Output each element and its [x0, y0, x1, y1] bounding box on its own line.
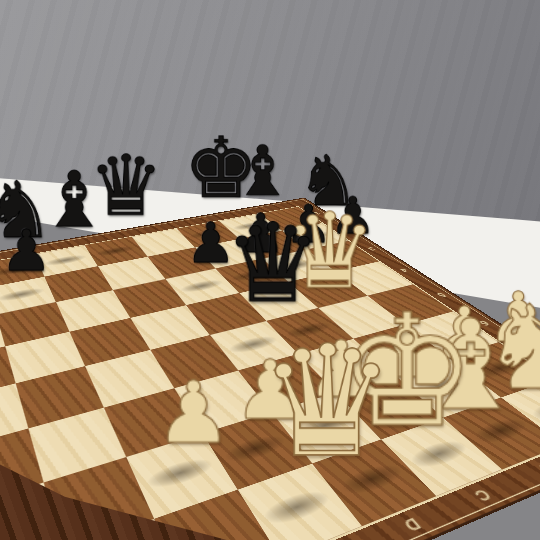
file-label-c: C — [470, 486, 496, 505]
black-pawn[interactable]: ♟ — [1, 223, 52, 280]
white-pawn[interactable]: ♟ — [155, 370, 232, 456]
black-queen[interactable]: ♛ — [224, 209, 321, 318]
rank-label-right-4: 4 — [398, 267, 411, 274]
file-label-d: D — [399, 514, 425, 535]
piece-shadow — [0, 286, 47, 304]
piece-shadow — [93, 244, 137, 258]
piece-shadow — [258, 486, 337, 531]
white-queen[interactable]: ♛ — [259, 325, 397, 479]
black-king[interactable]: ♚ — [184, 126, 259, 210]
chess-set-photo: HGFEDCBA8877665544332211 ♜♞♝♛♚♝♟♟♞♟♟♟♟♛♛… — [0, 0, 540, 540]
piece-shadow — [177, 278, 226, 295]
file-label-b: B — [534, 460, 540, 477]
